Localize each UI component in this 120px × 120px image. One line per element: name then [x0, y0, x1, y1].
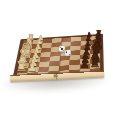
die-pip: [63, 49, 64, 50]
die-pip: [61, 48, 62, 49]
chess-set-photo: ♜♟♟♜♞♟♟♞♝♟♟♝♛♟♟♛♚♟♟♚♝♟♟♝♞♟♟♞♜♟♟♜: [0, 0, 120, 120]
die-pip: [68, 53, 69, 54]
die-pip: [66, 51, 67, 52]
dice-layer: [0, 0, 120, 120]
die-2: [64, 49, 71, 56]
